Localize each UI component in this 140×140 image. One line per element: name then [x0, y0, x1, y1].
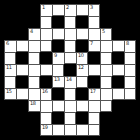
- cell-r7c0[interactable]: 15: [4, 88, 16, 100]
- black-cell: [76, 40, 88, 52]
- black-cell: [40, 52, 52, 64]
- clue-number: 17: [90, 89, 95, 94]
- cell-r4c6[interactable]: 10: [76, 52, 88, 64]
- black-cell: [124, 124, 136, 136]
- cell-r7c9[interactable]: [112, 88, 124, 100]
- cell-r10c6[interactable]: [76, 124, 88, 136]
- black-cell: [112, 76, 124, 88]
- black-cell: [4, 100, 16, 112]
- cell-r7c10[interactable]: [124, 88, 136, 100]
- cell-r8c7[interactable]: [88, 100, 100, 112]
- black-cell: [100, 16, 112, 28]
- black-cell: [112, 124, 124, 136]
- cell-r0c4[interactable]: [52, 4, 64, 16]
- black-cell: [28, 16, 40, 28]
- cell-r2c4[interactable]: [52, 28, 64, 40]
- black-cell: [64, 64, 76, 76]
- cell-r4c5[interactable]: [64, 52, 76, 64]
- black-cell: [124, 16, 136, 28]
- cell-r3c0[interactable]: 6: [4, 40, 16, 52]
- cell-r4c8[interactable]: [100, 52, 112, 64]
- cell-r5c0[interactable]: 11: [4, 64, 16, 76]
- black-cell: [16, 100, 28, 112]
- cell-r3c10[interactable]: 8: [124, 40, 136, 52]
- cell-r9c3[interactable]: [40, 112, 52, 124]
- clue-number: 11: [6, 65, 11, 70]
- crossword-board: 12345678910111213141516171819: [4, 4, 136, 136]
- clue-number: 18: [30, 101, 35, 106]
- black-cell: [16, 52, 28, 64]
- cell-r3c2[interactable]: [28, 40, 40, 52]
- black-cell: [76, 88, 88, 100]
- cell-r2c2[interactable]: 4: [28, 28, 40, 40]
- cell-r3c5[interactable]: [64, 40, 76, 52]
- cell-r9c5[interactable]: [64, 112, 76, 124]
- clue-number: 9: [54, 53, 57, 58]
- black-cell: [100, 112, 112, 124]
- clue-number: 15: [6, 89, 11, 94]
- cell-r7c3[interactable]: 16: [40, 88, 52, 100]
- cell-r9c7[interactable]: [88, 112, 100, 124]
- cell-r5c3[interactable]: [40, 64, 52, 76]
- cell-r8c8[interactable]: [100, 100, 112, 112]
- cell-r0c5[interactable]: 2: [64, 4, 76, 16]
- black-cell: [112, 112, 124, 124]
- black-cell: [124, 28, 136, 40]
- cell-r4c2[interactable]: [28, 52, 40, 64]
- black-cell: [100, 124, 112, 136]
- black-cell: [4, 28, 16, 40]
- cell-r0c7[interactable]: 3: [88, 4, 100, 16]
- cell-r8c4[interactable]: [52, 100, 64, 112]
- cell-r10c7[interactable]: [88, 124, 100, 136]
- black-cell: [4, 4, 16, 16]
- cell-r7c2[interactable]: [28, 88, 40, 100]
- black-cell: [124, 100, 136, 112]
- cell-r7c5[interactable]: [64, 88, 76, 100]
- black-cell: [28, 124, 40, 136]
- cell-r8c5[interactable]: [64, 100, 76, 112]
- cell-r4c4[interactable]: 9: [52, 52, 64, 64]
- cell-r3c7[interactable]: 7: [88, 40, 100, 52]
- clue-number: 6: [6, 41, 9, 46]
- black-cell: [16, 124, 28, 136]
- cell-r1c3[interactable]: [40, 16, 52, 28]
- cell-r4c0[interactable]: [4, 52, 16, 64]
- cell-r8c6[interactable]: [76, 100, 88, 112]
- cell-r8c3[interactable]: [40, 100, 52, 112]
- cell-r1c5[interactable]: [64, 16, 76, 28]
- clue-number: 14: [66, 77, 71, 82]
- black-cell: [112, 52, 124, 64]
- cell-r5c8[interactable]: [100, 64, 112, 76]
- black-cell: [52, 40, 64, 52]
- cell-r10c5[interactable]: [64, 124, 76, 136]
- cell-r5c4[interactable]: [52, 64, 64, 76]
- cell-r7c7[interactable]: 17: [88, 88, 100, 100]
- cell-r2c5[interactable]: [64, 28, 76, 40]
- black-cell: [112, 28, 124, 40]
- cell-r6c0[interactable]: [4, 76, 16, 88]
- black-cell: [88, 52, 100, 64]
- black-cell: [4, 16, 16, 28]
- clue-number: 5: [102, 29, 105, 34]
- black-cell: [16, 112, 28, 124]
- black-cell: [16, 76, 28, 88]
- black-cell: [40, 76, 52, 88]
- black-cell: [4, 112, 16, 124]
- black-cell: [124, 4, 136, 16]
- black-cell: [88, 76, 100, 88]
- black-cell: [28, 4, 40, 16]
- black-cell: [112, 16, 124, 28]
- black-cell: [52, 88, 64, 100]
- clue-number: 13: [54, 77, 59, 82]
- cell-r5c2[interactable]: [28, 64, 40, 76]
- cell-r5c6[interactable]: 12: [76, 64, 88, 76]
- black-cell: [28, 112, 40, 124]
- cell-r7c8[interactable]: [100, 88, 112, 100]
- cell-r2c6[interactable]: [76, 28, 88, 40]
- cell-r5c9[interactable]: [112, 64, 124, 76]
- clue-number: 12: [78, 65, 83, 70]
- black-cell: [16, 4, 28, 16]
- cell-r2c7[interactable]: [88, 28, 100, 40]
- cell-r1c7[interactable]: [88, 16, 100, 28]
- clue-number: 4: [30, 29, 33, 34]
- black-cell: [112, 100, 124, 112]
- cell-r3c1[interactable]: [16, 40, 28, 52]
- cell-r2c8[interactable]: 5: [100, 28, 112, 40]
- black-cell: [112, 4, 124, 16]
- cell-r5c10[interactable]: [124, 64, 136, 76]
- cell-r3c9[interactable]: [112, 40, 124, 52]
- cell-r6c4[interactable]: 13: [52, 76, 64, 88]
- cell-r6c8[interactable]: [100, 76, 112, 88]
- clue-number: 1: [42, 5, 45, 10]
- cell-r8c2[interactable]: 18: [28, 100, 40, 112]
- cell-r3c3[interactable]: [40, 40, 52, 52]
- black-cell: [124, 112, 136, 124]
- cell-r4c10[interactable]: [124, 52, 136, 64]
- black-cell: [52, 16, 64, 28]
- black-cell: [100, 4, 112, 16]
- black-cell: [16, 28, 28, 40]
- black-cell: [76, 16, 88, 28]
- cell-r5c1[interactable]: [16, 64, 28, 76]
- clue-number: 16: [42, 89, 47, 94]
- cell-r3c8[interactable]: [100, 40, 112, 52]
- clue-number: 2: [66, 5, 69, 10]
- black-cell: [76, 112, 88, 124]
- cell-r0c3[interactable]: 1: [40, 4, 52, 16]
- cell-r6c5[interactable]: 14: [64, 76, 76, 88]
- cell-r0c6[interactable]: [76, 4, 88, 16]
- black-cell: [4, 124, 16, 136]
- cell-r6c6[interactable]: [76, 76, 88, 88]
- cell-r7c1[interactable]: [16, 88, 28, 100]
- black-cell: [52, 112, 64, 124]
- cell-r2c3[interactable]: [40, 28, 52, 40]
- clue-number: 3: [90, 5, 93, 10]
- clue-number: 10: [78, 53, 83, 58]
- cell-r6c2[interactable]: [28, 76, 40, 88]
- cell-r10c3[interactable]: 19: [40, 124, 52, 136]
- clue-number: 8: [126, 41, 129, 46]
- cell-r6c10[interactable]: [124, 76, 136, 88]
- cell-r5c7[interactable]: [88, 64, 100, 76]
- clue-number: 7: [90, 41, 93, 46]
- clue-number: 19: [42, 125, 47, 130]
- cell-r10c4[interactable]: [52, 124, 64, 136]
- black-cell: [16, 16, 28, 28]
